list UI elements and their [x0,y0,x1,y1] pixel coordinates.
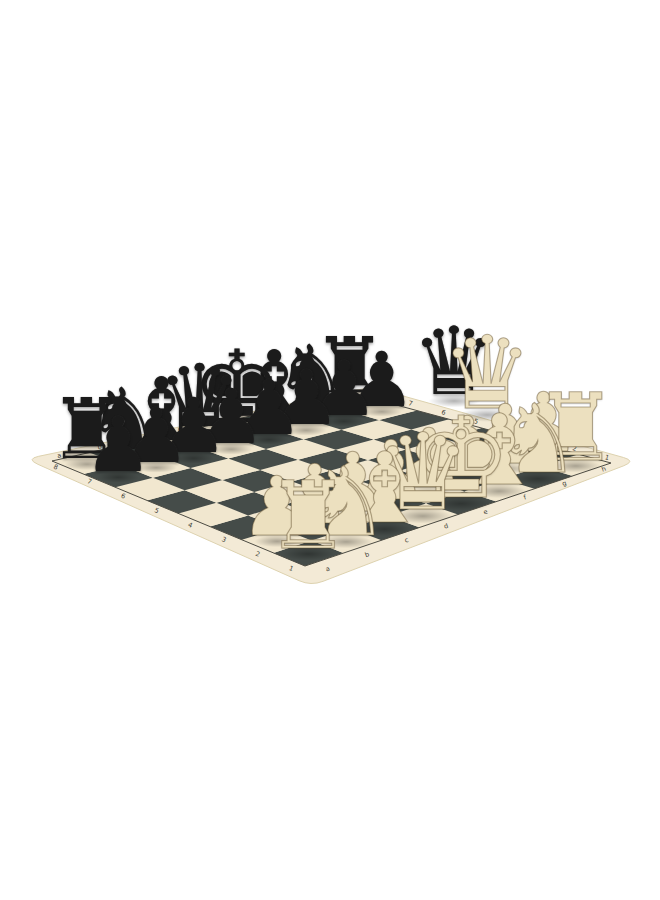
chess-board: 1234567812345678abcdefghabcdefgh [0,0,660,900]
file-label-g: g [298,399,304,408]
chess-set-product-photo: 1234567812345678abcdefghabcdefgh ♜♞♝♛♚♝♞… [0,0,660,900]
file-label-h: h [338,390,344,399]
